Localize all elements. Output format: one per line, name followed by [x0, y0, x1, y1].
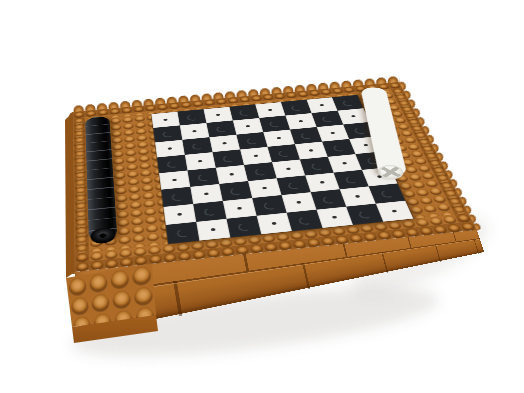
square-b1[interactable]: [196, 219, 230, 241]
photo-canvas: [0, 0, 524, 393]
square-a1[interactable]: [166, 222, 200, 244]
square-c1[interactable]: [227, 216, 262, 238]
